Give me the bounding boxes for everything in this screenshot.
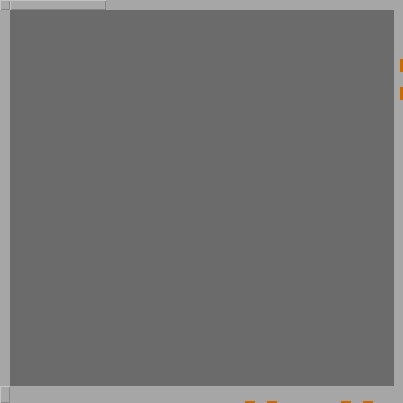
chess-board (10, 10, 394, 386)
chess-board-frame (0, 0, 403, 403)
frame-corner-bottom-left (0, 386, 10, 403)
frame-left-strip (0, 10, 10, 386)
site-label (10, 0, 106, 10)
frame-top-strip (0, 0, 403, 10)
frame-corner-top-left (0, 0, 10, 10)
